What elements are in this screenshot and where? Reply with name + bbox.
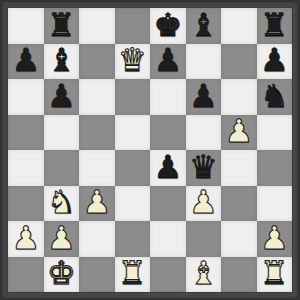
square-h6[interactable]: ♞	[257, 79, 293, 115]
square-a2[interactable]: ♟	[8, 221, 44, 257]
square-a6[interactable]	[8, 79, 44, 115]
black-knight: ♞	[260, 80, 289, 112]
black-rook: ♜	[47, 9, 76, 41]
white-pawn: ♟	[189, 186, 218, 218]
square-a1[interactable]	[8, 257, 44, 293]
square-d3[interactable]	[115, 186, 151, 222]
square-c6[interactable]	[79, 79, 115, 115]
square-g8[interactable]	[221, 8, 257, 44]
square-h7[interactable]: ♟	[257, 44, 293, 80]
square-b1[interactable]: ♚	[44, 257, 80, 293]
square-a4[interactable]	[8, 150, 44, 186]
square-b2[interactable]: ♟	[44, 221, 80, 257]
black-pawn: ♟	[189, 80, 218, 112]
black-king: ♚	[153, 9, 182, 41]
square-f1[interactable]: ♝	[186, 257, 222, 293]
square-d4[interactable]	[115, 150, 151, 186]
square-d7[interactable]: ♛	[115, 44, 151, 80]
square-f2[interactable]	[186, 221, 222, 257]
square-d1[interactable]: ♜	[115, 257, 151, 293]
square-g7[interactable]	[221, 44, 257, 80]
square-c8[interactable]	[79, 8, 115, 44]
square-f4[interactable]: ♛	[186, 150, 222, 186]
square-h5[interactable]	[257, 115, 293, 151]
square-b6[interactable]: ♟	[44, 79, 80, 115]
square-g4[interactable]	[221, 150, 257, 186]
square-h3[interactable]	[257, 186, 293, 222]
square-e5[interactable]	[150, 115, 186, 151]
square-h2[interactable]: ♟	[257, 221, 293, 257]
square-c4[interactable]	[79, 150, 115, 186]
square-c2[interactable]	[79, 221, 115, 257]
square-f3[interactable]: ♟	[186, 186, 222, 222]
white-bishop: ♝	[189, 257, 218, 289]
square-c5[interactable]	[79, 115, 115, 151]
square-e8[interactable]: ♚	[150, 8, 186, 44]
square-h1[interactable]: ♜	[257, 257, 293, 293]
square-a5[interactable]	[8, 115, 44, 151]
black-pawn: ♟	[11, 44, 40, 76]
square-g1[interactable]	[221, 257, 257, 293]
white-king: ♚	[47, 257, 76, 289]
square-d2[interactable]	[115, 221, 151, 257]
square-e7[interactable]: ♟	[150, 44, 186, 80]
square-g6[interactable]	[221, 79, 257, 115]
square-g3[interactable]	[221, 186, 257, 222]
square-b3[interactable]: ♞	[44, 186, 80, 222]
square-f6[interactable]: ♟	[186, 79, 222, 115]
square-b8[interactable]: ♜	[44, 8, 80, 44]
white-pawn: ♟	[260, 222, 289, 254]
square-e1[interactable]	[150, 257, 186, 293]
white-pawn: ♟	[224, 115, 253, 147]
square-d8[interactable]	[115, 8, 151, 44]
white-rook: ♜	[118, 257, 147, 289]
black-rook: ♜	[260, 9, 289, 41]
white-rook: ♜	[260, 257, 289, 289]
square-f8[interactable]: ♝	[186, 8, 222, 44]
chess-board: ♜♚♝♜♟♝♛♟♟♟♟♞♟♟♛♞♟♟♟♟♟♚♜♝♜	[8, 8, 292, 292]
square-h8[interactable]: ♜	[257, 8, 293, 44]
white-queen: ♛	[118, 44, 147, 76]
black-pawn: ♟	[47, 80, 76, 112]
square-e2[interactable]	[150, 221, 186, 257]
square-a3[interactable]	[8, 186, 44, 222]
black-queen: ♛	[189, 151, 218, 183]
square-e6[interactable]	[150, 79, 186, 115]
square-e4[interactable]: ♟	[150, 150, 186, 186]
white-pawn: ♟	[47, 222, 76, 254]
square-a8[interactable]	[8, 8, 44, 44]
white-pawn: ♟	[11, 222, 40, 254]
white-pawn: ♟	[82, 186, 111, 218]
square-g2[interactable]	[221, 221, 257, 257]
square-c7[interactable]	[79, 44, 115, 80]
black-bishop: ♝	[47, 44, 76, 76]
black-pawn: ♟	[153, 151, 182, 183]
black-bishop: ♝	[189, 9, 218, 41]
black-pawn: ♟	[153, 44, 182, 76]
square-b5[interactable]	[44, 115, 80, 151]
square-d5[interactable]	[115, 115, 151, 151]
square-f7[interactable]	[186, 44, 222, 80]
square-b7[interactable]: ♝	[44, 44, 80, 80]
square-f5[interactable]	[186, 115, 222, 151]
square-g5[interactable]: ♟	[221, 115, 257, 151]
chess-board-frame: ♜♚♝♜♟♝♛♟♟♟♟♞♟♟♛♞♟♟♟♟♟♚♜♝♜	[0, 0, 300, 300]
square-e3[interactable]	[150, 186, 186, 222]
square-h4[interactable]	[257, 150, 293, 186]
white-knight: ♞	[47, 186, 76, 218]
square-b4[interactable]	[44, 150, 80, 186]
square-c3[interactable]: ♟	[79, 186, 115, 222]
square-a7[interactable]: ♟	[8, 44, 44, 80]
square-c1[interactable]	[79, 257, 115, 293]
square-d6[interactable]	[115, 79, 151, 115]
black-pawn: ♟	[260, 44, 289, 76]
